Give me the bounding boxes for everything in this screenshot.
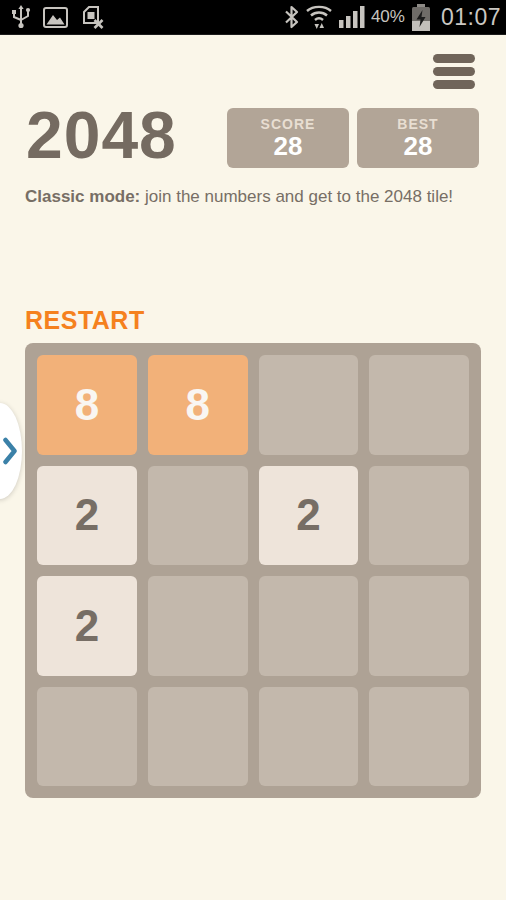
- gallery-icon: [43, 7, 68, 28]
- board-cell: 8: [148, 355, 248, 455]
- status-bar-right: 40% 01:07: [284, 4, 501, 31]
- score-label: SCORE: [261, 116, 316, 132]
- board-cell: 2: [259, 466, 359, 566]
- mode-description-rest: join the numbers and get to the 2048 til…: [140, 187, 453, 206]
- board-cell: [148, 466, 248, 566]
- wifi-icon: [305, 4, 333, 30]
- status-bar: 40% 01:07: [0, 0, 506, 35]
- battery-charging-icon: [411, 4, 431, 31]
- board-cell: 2: [37, 576, 137, 676]
- no-sim-icon: [79, 5, 104, 29]
- board-cell: [259, 355, 359, 455]
- bluetooth-icon: [284, 5, 299, 29]
- board-cell: 8: [37, 355, 137, 455]
- mode-description-bold: Classic mode:: [25, 187, 140, 206]
- best-box: BEST 28: [357, 108, 479, 168]
- menu-bar: [433, 67, 475, 76]
- best-value: 28: [404, 132, 433, 160]
- score-value: 28: [274, 132, 303, 160]
- usb-icon: [10, 5, 32, 29]
- restart-button[interactable]: RESTART: [25, 306, 145, 335]
- mode-description: Classic mode: join the numbers and get t…: [25, 187, 453, 207]
- page-title: 2048: [26, 102, 177, 168]
- board-cell: [148, 576, 248, 676]
- clock-time: 01:07: [441, 4, 501, 31]
- game-board[interactable]: 8 8 2 2 2: [25, 343, 481, 798]
- board-cell: [369, 576, 469, 676]
- board-cell: [259, 576, 359, 676]
- menu-bar: [433, 54, 475, 63]
- board-cell: [259, 687, 359, 787]
- board-cell: 2: [37, 466, 137, 566]
- edge-drawer-tab[interactable]: [0, 403, 22, 499]
- menu-bar: [433, 80, 475, 89]
- signal-icon: [339, 6, 365, 28]
- status-bar-left: [5, 5, 104, 29]
- best-label: BEST: [397, 116, 438, 132]
- board-cell: [148, 687, 248, 787]
- board-cell: [369, 466, 469, 566]
- score-box: SCORE 28: [227, 108, 349, 168]
- battery-percent: 40%: [371, 7, 405, 27]
- board-cell: [369, 687, 469, 787]
- board-cell: [37, 687, 137, 787]
- hamburger-menu-icon[interactable]: [428, 49, 480, 94]
- board-cell: [369, 355, 469, 455]
- screen: { "game": "2048", "position": { "rows": …: [0, 0, 506, 900]
